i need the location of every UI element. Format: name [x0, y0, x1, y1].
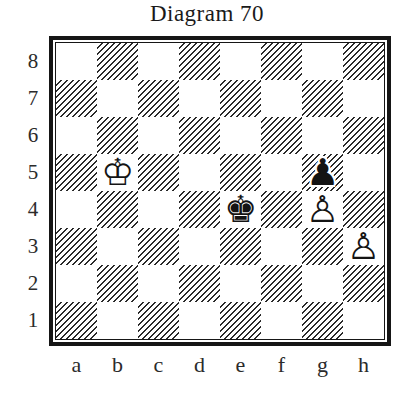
square-a8[interactable] — [56, 43, 97, 80]
square-b5[interactable]: ♔ — [97, 154, 138, 191]
square-g6[interactable] — [302, 117, 343, 154]
square-e6[interactable] — [220, 117, 261, 154]
square-c7[interactable] — [138, 80, 179, 117]
chess-board: ♔♟♚♙♙ — [49, 36, 391, 346]
square-f8[interactable] — [261, 43, 302, 80]
square-c3[interactable] — [138, 228, 179, 265]
black-king: ♚ — [224, 191, 257, 228]
square-h5[interactable] — [343, 154, 384, 191]
square-g5[interactable]: ♟ — [302, 154, 343, 191]
square-e3[interactable] — [220, 228, 261, 265]
square-b3[interactable] — [97, 228, 138, 265]
square-a2[interactable] — [56, 265, 97, 302]
square-d1[interactable] — [179, 302, 220, 339]
square-b4[interactable] — [97, 191, 138, 228]
square-a1[interactable] — [56, 302, 97, 339]
board-grid: ♔♟♚♙♙ — [55, 42, 385, 340]
rank-label-5: 5 — [22, 154, 44, 191]
square-c8[interactable] — [138, 43, 179, 80]
square-c1[interactable] — [138, 302, 179, 339]
square-f7[interactable] — [261, 80, 302, 117]
rank-label-8: 8 — [22, 43, 44, 80]
square-g7[interactable] — [302, 80, 343, 117]
diagram-page: Diagram 70 87654321 ♔♟♚♙♙ abcdefgh — [0, 0, 400, 400]
square-d3[interactable] — [179, 228, 220, 265]
square-b8[interactable] — [97, 43, 138, 80]
square-g3[interactable] — [302, 228, 343, 265]
square-d4[interactable] — [179, 191, 220, 228]
file-label-e: e — [220, 351, 261, 379]
square-h6[interactable] — [343, 117, 384, 154]
rank-label-3: 3 — [22, 228, 44, 265]
square-e7[interactable] — [220, 80, 261, 117]
file-labels: abcdefgh — [56, 351, 384, 379]
file-label-c: c — [138, 351, 179, 379]
rank-label-7: 7 — [22, 80, 44, 117]
square-c4[interactable] — [138, 191, 179, 228]
square-f6[interactable] — [261, 117, 302, 154]
square-g4[interactable]: ♙ — [302, 191, 343, 228]
square-e8[interactable] — [220, 43, 261, 80]
square-g8[interactable] — [302, 43, 343, 80]
square-e4[interactable]: ♚ — [220, 191, 261, 228]
file-label-h: h — [343, 351, 384, 379]
rank-label-1: 1 — [22, 302, 44, 339]
file-label-d: d — [179, 351, 220, 379]
square-b7[interactable] — [97, 80, 138, 117]
square-h8[interactable] — [343, 43, 384, 80]
white-king: ♔ — [101, 154, 134, 191]
white-pawn: ♙ — [306, 191, 339, 228]
rank-label-2: 2 — [22, 265, 44, 302]
square-d5[interactable] — [179, 154, 220, 191]
file-label-g: g — [302, 351, 343, 379]
square-b6[interactable] — [97, 117, 138, 154]
rank-labels: 87654321 — [22, 43, 44, 339]
square-a3[interactable] — [56, 228, 97, 265]
rank-label-4: 4 — [22, 191, 44, 228]
square-a4[interactable] — [56, 191, 97, 228]
square-h7[interactable] — [343, 80, 384, 117]
square-c5[interactable] — [138, 154, 179, 191]
square-e1[interactable] — [220, 302, 261, 339]
square-h1[interactable] — [343, 302, 384, 339]
square-h3[interactable]: ♙ — [343, 228, 384, 265]
square-b1[interactable] — [97, 302, 138, 339]
diagram-title: Diagram 70 — [14, 1, 400, 27]
square-g2[interactable] — [302, 265, 343, 302]
square-d6[interactable] — [179, 117, 220, 154]
square-a7[interactable] — [56, 80, 97, 117]
square-h4[interactable] — [343, 191, 384, 228]
rank-label-6: 6 — [22, 117, 44, 154]
square-d8[interactable] — [179, 43, 220, 80]
square-e5[interactable] — [220, 154, 261, 191]
black-pawn: ♟ — [306, 154, 339, 191]
file-label-a: a — [56, 351, 97, 379]
square-f1[interactable] — [261, 302, 302, 339]
square-d2[interactable] — [179, 265, 220, 302]
square-c6[interactable] — [138, 117, 179, 154]
square-c2[interactable] — [138, 265, 179, 302]
square-d7[interactable] — [179, 80, 220, 117]
square-e2[interactable] — [220, 265, 261, 302]
square-f2[interactable] — [261, 265, 302, 302]
square-f5[interactable] — [261, 154, 302, 191]
square-h2[interactable] — [343, 265, 384, 302]
white-pawn: ♙ — [347, 228, 380, 265]
square-b2[interactable] — [97, 265, 138, 302]
file-label-f: f — [261, 351, 302, 379]
square-a6[interactable] — [56, 117, 97, 154]
square-a5[interactable] — [56, 154, 97, 191]
square-f3[interactable] — [261, 228, 302, 265]
file-label-b: b — [97, 351, 138, 379]
square-g1[interactable] — [302, 302, 343, 339]
square-f4[interactable] — [261, 191, 302, 228]
